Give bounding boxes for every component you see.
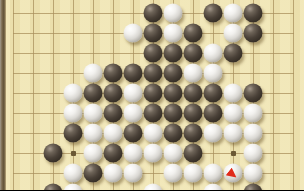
- stone-black: [164, 84, 183, 103]
- stone-white: [164, 164, 183, 183]
- stone-white: [104, 124, 123, 143]
- stone-black: [184, 84, 203, 103]
- stone-black: [164, 64, 183, 83]
- stone-black: [144, 4, 163, 23]
- stone-white: [84, 124, 103, 143]
- stone-black: [104, 104, 123, 123]
- stone-white: [64, 84, 83, 103]
- stone-white: [144, 184, 163, 191]
- stone-white: [244, 164, 263, 183]
- stone-white: [184, 64, 203, 83]
- stone-black: [184, 44, 203, 63]
- stone-black: [184, 104, 203, 123]
- stone-white: [204, 184, 223, 191]
- stone-black: [164, 104, 183, 123]
- stone-black: [124, 64, 143, 83]
- stone-white: [224, 4, 243, 23]
- stone-white: [64, 104, 83, 123]
- stone-white: [64, 184, 83, 191]
- stone-black: [84, 164, 103, 183]
- stone-white: [204, 64, 223, 83]
- stone-white: [224, 104, 243, 123]
- stone-white: [144, 124, 163, 143]
- stone-white: [64, 164, 83, 183]
- stone-white: [104, 164, 123, 183]
- stone-white: [224, 164, 243, 183]
- stone-white: [184, 164, 203, 183]
- stone-white: [244, 124, 263, 143]
- stone-white: [204, 124, 223, 143]
- stone-white: [224, 84, 243, 103]
- board-left-edge: [0, 0, 6, 190]
- stone-black: [244, 184, 263, 191]
- stone-white: [124, 104, 143, 123]
- stone-black: [164, 124, 183, 143]
- stone-black: [104, 64, 123, 83]
- stone-white: [204, 44, 223, 63]
- stone-black: [144, 84, 163, 103]
- stone-white: [124, 84, 143, 103]
- stone-white: [224, 24, 243, 43]
- star-point: [71, 151, 76, 156]
- stone-black: [44, 184, 63, 191]
- board[interactable]: [0, 0, 304, 190]
- grid-line-v: [273, 0, 274, 190]
- stone-white: [244, 144, 263, 163]
- stone-white: [204, 164, 223, 183]
- star-point: [231, 151, 236, 156]
- stone-black: [144, 24, 163, 43]
- stone-white: [124, 24, 143, 43]
- stone-black: [244, 24, 263, 43]
- stone-white: [244, 104, 263, 123]
- stone-black: [244, 84, 263, 103]
- stone-white: [164, 4, 183, 23]
- stone-black: [184, 24, 203, 43]
- stone-black: [204, 104, 223, 123]
- stone-white: [84, 144, 103, 163]
- grid-line-v: [293, 0, 294, 190]
- stone-black: [204, 84, 223, 103]
- stone-white: [124, 164, 143, 183]
- grid-line-v: [33, 0, 34, 190]
- stone-black: [144, 64, 163, 83]
- stone-black: [184, 144, 203, 163]
- stone-black: [244, 4, 263, 23]
- stone-black: [44, 144, 63, 163]
- stone-black: [144, 104, 163, 123]
- stone-black: [164, 44, 183, 63]
- stone-black: [124, 124, 143, 143]
- stone-white: [124, 144, 143, 163]
- grid-line-v: [13, 0, 14, 190]
- stone-white: [224, 124, 243, 143]
- stone-black: [84, 84, 103, 103]
- stone-white: [84, 104, 103, 123]
- stone-black: [144, 44, 163, 63]
- stone-black: [104, 144, 123, 163]
- stone-black: [104, 84, 123, 103]
- stone-white: [164, 144, 183, 163]
- stone-white: [164, 24, 183, 43]
- stone-black: [184, 124, 203, 143]
- stone-black: [204, 4, 223, 23]
- stone-black: [224, 44, 243, 63]
- stone-black: [64, 124, 83, 143]
- stone-white: [84, 64, 103, 83]
- last-move-marker: [225, 167, 239, 181]
- stone-white: [144, 144, 163, 163]
